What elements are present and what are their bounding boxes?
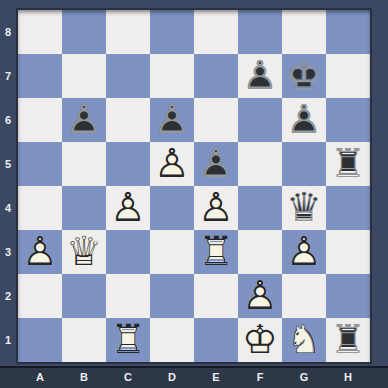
square-d7[interactable] bbox=[150, 54, 194, 98]
square-e7[interactable] bbox=[194, 54, 238, 98]
square-b8[interactable] bbox=[62, 10, 106, 54]
square-a3[interactable]: ♟♙ bbox=[18, 230, 62, 274]
piece-black-rook-h1[interactable]: ♜♖ bbox=[326, 318, 370, 362]
white-pawn-outline-icon: ♙ bbox=[18, 229, 62, 274]
piece-white-pawn-e4[interactable]: ♟♙ bbox=[194, 186, 238, 230]
black-rook-outline-icon: ♖ bbox=[326, 317, 370, 362]
white-pawn-icon: ♟ bbox=[194, 185, 238, 230]
black-rook-icon: ♜ bbox=[326, 141, 370, 186]
square-e6[interactable] bbox=[194, 98, 238, 142]
square-f6[interactable] bbox=[238, 98, 282, 142]
rank-label-7: 7 bbox=[0, 54, 16, 98]
piece-white-queen-b3[interactable]: ♛♕ bbox=[62, 230, 106, 274]
rank-label-2: 2 bbox=[0, 274, 16, 318]
square-c1[interactable]: ♜♖ bbox=[106, 318, 150, 362]
black-king-icon: ♚ bbox=[282, 53, 326, 98]
square-d5[interactable]: ♟♙ bbox=[150, 142, 194, 186]
piece-black-pawn-d6[interactable]: ♟♙ bbox=[150, 98, 194, 142]
black-queen-icon: ♛ bbox=[282, 185, 326, 230]
rank-label-8: 8 bbox=[0, 10, 16, 54]
square-d8[interactable] bbox=[150, 10, 194, 54]
square-h5[interactable]: ♜♖ bbox=[326, 142, 370, 186]
white-pawn-icon: ♟ bbox=[238, 273, 282, 318]
white-rook-icon: ♜ bbox=[194, 229, 238, 274]
square-h4[interactable] bbox=[326, 186, 370, 230]
piece-white-pawn-f2[interactable]: ♟♙ bbox=[238, 274, 282, 318]
square-d3[interactable] bbox=[150, 230, 194, 274]
black-pawn-icon: ♟ bbox=[238, 53, 282, 98]
square-c3[interactable] bbox=[106, 230, 150, 274]
piece-white-rook-c1[interactable]: ♜♖ bbox=[106, 318, 150, 362]
piece-black-pawn-g6[interactable]: ♟♙ bbox=[282, 98, 326, 142]
black-pawn-icon: ♟ bbox=[282, 97, 326, 142]
square-c8[interactable] bbox=[106, 10, 150, 54]
square-g5[interactable] bbox=[282, 142, 326, 186]
white-knight-outline-icon: ♘ bbox=[282, 317, 326, 362]
piece-black-pawn-e5[interactable]: ♟♙ bbox=[194, 142, 238, 186]
square-e8[interactable] bbox=[194, 10, 238, 54]
square-d2[interactable] bbox=[150, 274, 194, 318]
piece-black-rook-h5[interactable]: ♜♖ bbox=[326, 142, 370, 186]
square-a5[interactable] bbox=[18, 142, 62, 186]
square-b7[interactable] bbox=[62, 54, 106, 98]
file-label-d: D bbox=[150, 368, 194, 388]
chess-diagram: ♟♙♚♔♟♙♟♙♟♙♟♙♟♙♜♖♟♙♟♙♛♕♟♙♛♕♜♖♟♙♟♙♜♖♚♔♞♘♜♖… bbox=[0, 0, 388, 388]
square-f8[interactable] bbox=[238, 10, 282, 54]
piece-white-king-f1[interactable]: ♚♔ bbox=[238, 318, 282, 362]
square-f2[interactable]: ♟♙ bbox=[238, 274, 282, 318]
black-pawn-icon: ♟ bbox=[150, 97, 194, 142]
white-king-outline-icon: ♔ bbox=[238, 317, 282, 362]
square-e5[interactable]: ♟♙ bbox=[194, 142, 238, 186]
square-d6[interactable]: ♟♙ bbox=[150, 98, 194, 142]
chess-board: ♟♙♚♔♟♙♟♙♟♙♟♙♟♙♜♖♟♙♟♙♛♕♟♙♛♕♜♖♟♙♟♙♜♖♚♔♞♘♜♖ bbox=[16, 8, 372, 364]
square-g2[interactable] bbox=[282, 274, 326, 318]
file-label-g: G bbox=[282, 368, 326, 388]
file-label-e: E bbox=[194, 368, 238, 388]
square-f5[interactable] bbox=[238, 142, 282, 186]
square-b4[interactable] bbox=[62, 186, 106, 230]
black-pawn-outline-icon: ♙ bbox=[62, 97, 106, 142]
piece-white-pawn-d5[interactable]: ♟♙ bbox=[150, 142, 194, 186]
square-f4[interactable] bbox=[238, 186, 282, 230]
rank-label-6: 6 bbox=[0, 98, 16, 142]
square-c2[interactable] bbox=[106, 274, 150, 318]
square-h6[interactable] bbox=[326, 98, 370, 142]
white-rook-outline-icon: ♖ bbox=[194, 229, 238, 274]
white-pawn-outline-icon: ♙ bbox=[282, 229, 326, 274]
square-a2[interactable] bbox=[18, 274, 62, 318]
square-h2[interactable] bbox=[326, 274, 370, 318]
piece-white-rook-e3[interactable]: ♜♖ bbox=[194, 230, 238, 274]
rank-label-4: 4 bbox=[0, 186, 16, 230]
file-label-a: A bbox=[18, 368, 62, 388]
rank-label-1: 1 bbox=[0, 318, 16, 362]
square-a1[interactable] bbox=[18, 318, 62, 362]
square-f7[interactable]: ♟♙ bbox=[238, 54, 282, 98]
square-h1[interactable]: ♜♖ bbox=[326, 318, 370, 362]
square-e3[interactable]: ♜♖ bbox=[194, 230, 238, 274]
square-d4[interactable] bbox=[150, 186, 194, 230]
square-e1[interactable] bbox=[194, 318, 238, 362]
black-pawn-outline-icon: ♙ bbox=[282, 97, 326, 142]
black-pawn-outline-icon: ♙ bbox=[194, 141, 238, 186]
piece-white-pawn-g3[interactable]: ♟♙ bbox=[282, 230, 326, 274]
black-king-outline-icon: ♔ bbox=[282, 53, 326, 98]
square-d1[interactable] bbox=[150, 318, 194, 362]
piece-black-pawn-f7[interactable]: ♟♙ bbox=[238, 54, 282, 98]
white-pawn-icon: ♟ bbox=[18, 229, 62, 274]
piece-black-pawn-b6[interactable]: ♟♙ bbox=[62, 98, 106, 142]
piece-white-knight-g1[interactable]: ♞♘ bbox=[282, 318, 326, 362]
black-rook-icon: ♜ bbox=[326, 317, 370, 362]
square-a8[interactable] bbox=[18, 10, 62, 54]
white-rook-outline-icon: ♖ bbox=[106, 317, 150, 362]
square-g7[interactable]: ♚♔ bbox=[282, 54, 326, 98]
square-g1[interactable]: ♞♘ bbox=[282, 318, 326, 362]
square-g3[interactable]: ♟♙ bbox=[282, 230, 326, 274]
square-b3[interactable]: ♛♕ bbox=[62, 230, 106, 274]
square-a4[interactable] bbox=[18, 186, 62, 230]
square-e4[interactable]: ♟♙ bbox=[194, 186, 238, 230]
square-a6[interactable] bbox=[18, 98, 62, 142]
black-queen-outline-icon: ♕ bbox=[282, 185, 326, 230]
white-rook-icon: ♜ bbox=[106, 317, 150, 362]
white-pawn-icon: ♟ bbox=[282, 229, 326, 274]
square-c7[interactable] bbox=[106, 54, 150, 98]
white-pawn-icon: ♟ bbox=[106, 185, 150, 230]
square-h7[interactable] bbox=[326, 54, 370, 98]
square-c5[interactable] bbox=[106, 142, 150, 186]
rank-label-3: 3 bbox=[0, 230, 16, 274]
square-c6[interactable] bbox=[106, 98, 150, 142]
white-pawn-outline-icon: ♙ bbox=[106, 185, 150, 230]
black-pawn-icon: ♟ bbox=[194, 141, 238, 186]
white-queen-icon: ♛ bbox=[62, 229, 106, 274]
black-pawn-outline-icon: ♙ bbox=[150, 97, 194, 142]
white-pawn-icon: ♟ bbox=[150, 141, 194, 186]
square-h3[interactable] bbox=[326, 230, 370, 274]
square-b6[interactable]: ♟♙ bbox=[62, 98, 106, 142]
white-pawn-outline-icon: ♙ bbox=[194, 185, 238, 230]
file-label-h: H bbox=[326, 368, 370, 388]
black-pawn-icon: ♟ bbox=[62, 97, 106, 142]
white-queen-outline-icon: ♕ bbox=[62, 229, 106, 274]
file-label-c: C bbox=[106, 368, 150, 388]
square-h8[interactable] bbox=[326, 10, 370, 54]
white-knight-icon: ♞ bbox=[282, 317, 326, 362]
black-pawn-outline-icon: ♙ bbox=[238, 53, 282, 98]
square-f1[interactable]: ♚♔ bbox=[238, 318, 282, 362]
rank-label-5: 5 bbox=[0, 142, 16, 186]
square-b1[interactable] bbox=[62, 318, 106, 362]
square-g4[interactable]: ♛♕ bbox=[282, 186, 326, 230]
piece-white-pawn-c4[interactable]: ♟♙ bbox=[106, 186, 150, 230]
square-c4[interactable]: ♟♙ bbox=[106, 186, 150, 230]
square-g6[interactable]: ♟♙ bbox=[282, 98, 326, 142]
white-pawn-outline-icon: ♙ bbox=[238, 273, 282, 318]
piece-white-pawn-a3[interactable]: ♟♙ bbox=[18, 230, 62, 274]
white-king-icon: ♚ bbox=[238, 317, 282, 362]
piece-black-king-g7[interactable]: ♚♔ bbox=[282, 54, 326, 98]
white-pawn-outline-icon: ♙ bbox=[150, 141, 194, 186]
piece-black-queen-g4[interactable]: ♛♕ bbox=[282, 186, 326, 230]
square-b5[interactable] bbox=[62, 142, 106, 186]
black-rook-outline-icon: ♖ bbox=[326, 141, 370, 186]
square-f3[interactable] bbox=[238, 230, 282, 274]
square-g8[interactable] bbox=[282, 10, 326, 54]
file-label-f: F bbox=[238, 368, 282, 388]
square-b2[interactable] bbox=[62, 274, 106, 318]
square-a7[interactable] bbox=[18, 54, 62, 98]
square-e2[interactable] bbox=[194, 274, 238, 318]
file-label-b: B bbox=[62, 368, 106, 388]
